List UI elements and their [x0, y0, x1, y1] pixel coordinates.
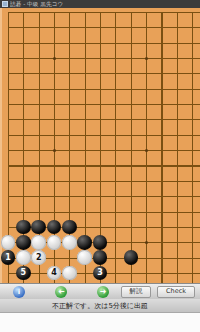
forward-button[interactable]: ➜	[97, 286, 109, 298]
go-board[interactable]: 12543	[0, 8, 200, 283]
hoshi-point	[145, 57, 148, 60]
white-stone	[16, 250, 31, 265]
move-number-label: 1	[5, 254, 11, 262]
info-icon[interactable]: i	[13, 286, 25, 298]
move-number-label: 4	[51, 269, 57, 277]
move-number-label: 5	[21, 269, 27, 277]
forward-arrow-icon: ➜	[100, 288, 107, 296]
black-stone: 1	[1, 250, 16, 265]
app-window: 詰碁 - 中級 黒先コウ 12543 i ➜ ➜ 解説 Check 不正解です。…	[0, 0, 200, 332]
back-arrow-icon: ➜	[58, 288, 65, 296]
hoshi-point	[53, 149, 56, 152]
black-stone: 5	[16, 266, 31, 281]
black-stone	[31, 220, 46, 235]
app-icon	[2, 1, 8, 7]
toolbar: i ➜ ➜ 解説 Check	[0, 283, 200, 299]
black-stone	[124, 250, 139, 265]
hoshi-point	[145, 241, 148, 244]
white-stone	[47, 235, 62, 250]
white-stone	[1, 235, 16, 250]
hoshi-point	[53, 57, 56, 60]
move-number-label: 2	[36, 254, 42, 262]
window-title: 詰碁 - 中級 黒先コウ	[10, 1, 63, 7]
black-stone	[93, 250, 108, 265]
white-stone	[77, 250, 92, 265]
white-stone	[31, 235, 46, 250]
black-stone	[77, 235, 92, 250]
info-icon-glyph: i	[18, 288, 20, 296]
move-number-label: 3	[97, 269, 103, 277]
white-stone	[62, 235, 77, 250]
status-message: 不正解です。次は5分後に出題	[52, 302, 148, 310]
footer-area	[0, 313, 200, 332]
white-stone: 2	[31, 250, 46, 265]
title-bar: 詰碁 - 中級 黒先コウ	[0, 0, 200, 8]
status-bar: 不正解です。次は5分後に出題	[0, 299, 200, 313]
hoshi-point	[145, 149, 148, 152]
black-stone	[62, 220, 77, 235]
back-button[interactable]: ➜	[55, 286, 67, 298]
black-stone	[16, 235, 31, 250]
black-stone	[16, 220, 31, 235]
black-stone	[93, 235, 108, 250]
white-stone	[62, 266, 77, 281]
explain-button[interactable]: 解説	[121, 286, 151, 298]
check-button[interactable]: Check	[157, 286, 195, 298]
